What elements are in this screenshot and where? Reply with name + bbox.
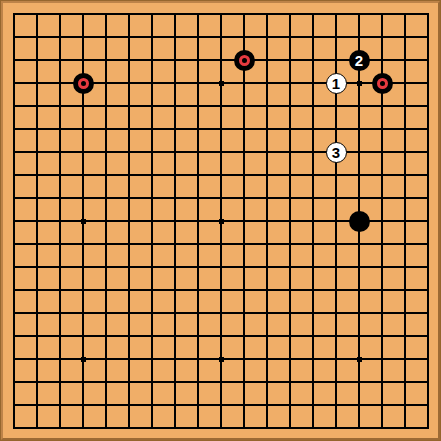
- grid-line-horizontal: [13, 381, 429, 383]
- grid-line-vertical: [243, 13, 245, 429]
- grid-line-horizontal: [13, 266, 429, 268]
- stone-white-P16: 1: [326, 73, 347, 94]
- move-number-label: 2: [355, 53, 363, 68]
- star-point: [81, 219, 86, 224]
- grid-line-horizontal: [13, 289, 429, 291]
- star-point: [219, 81, 224, 86]
- red-circle-mark-icon: [78, 78, 89, 89]
- go-board: 213: [0, 0, 441, 441]
- stone-black-D16: [73, 73, 94, 94]
- stone-black-Q10: [349, 211, 370, 232]
- grid-line-horizontal: [13, 404, 429, 406]
- grid-line-vertical: [289, 13, 291, 429]
- star-point: [357, 357, 362, 362]
- stone-black-L17: [234, 50, 255, 71]
- grid-line-vertical: [266, 13, 268, 429]
- move-number-label: 1: [332, 76, 340, 91]
- grid-line-vertical: [312, 13, 314, 429]
- grid-line-vertical: [404, 13, 406, 429]
- grid-line-horizontal: [13, 243, 429, 245]
- star-point: [219, 219, 224, 224]
- stone-black-R16: [372, 73, 393, 94]
- move-number-label: 3: [332, 145, 340, 160]
- red-circle-mark-icon: [239, 55, 250, 66]
- star-point: [81, 357, 86, 362]
- grid-line-horizontal: [13, 427, 429, 429]
- stone-black-Q17: 2: [349, 50, 370, 71]
- star-point: [219, 357, 224, 362]
- grid-line-horizontal: [13, 335, 429, 337]
- grid-line-horizontal: [13, 312, 429, 314]
- grid-line-vertical: [427, 13, 429, 429]
- red-circle-mark-icon: [377, 78, 388, 89]
- star-point: [357, 81, 362, 86]
- stone-white-P13: 3: [326, 142, 347, 163]
